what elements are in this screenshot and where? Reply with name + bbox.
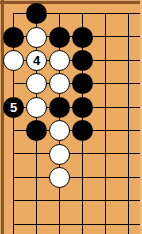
go-board-diagram: 45	[0, 0, 142, 234]
board-point-r8c6	[117, 166, 140, 189]
board-point-r2c4	[71, 25, 94, 48]
board-point-r9c2	[25, 189, 48, 212]
go-board-grid: 45	[2, 2, 140, 234]
black-stone	[72, 97, 93, 118]
black-stone	[72, 120, 93, 141]
board-point-r6c5	[94, 119, 117, 142]
board-point-r7c1	[2, 142, 25, 165]
board-point-r7c5	[94, 142, 117, 165]
board-point-r4c3	[48, 72, 71, 95]
black-stone: 5	[3, 97, 24, 118]
board-point-r3c3	[48, 49, 71, 72]
board-point-r7c3	[48, 142, 71, 165]
board-point-r10c4	[71, 213, 94, 234]
black-stone	[72, 50, 93, 71]
board-point-r9c1	[2, 189, 25, 212]
board-point-r10c5	[94, 213, 117, 234]
board-point-r10c6	[117, 213, 140, 234]
board-point-r1c2	[25, 2, 48, 25]
board-point-r8c5	[94, 166, 117, 189]
white-stone	[3, 50, 24, 71]
black-stone	[3, 27, 24, 48]
move-number-label: 4	[33, 54, 40, 67]
board-point-r6c6	[117, 119, 140, 142]
board-point-r7c4	[71, 142, 94, 165]
board-point-r2c3	[48, 25, 71, 48]
board-point-r8c3	[48, 166, 71, 189]
board-point-r1c3	[48, 2, 71, 25]
board-point-r5c5	[94, 96, 117, 119]
board-point-r3c5	[94, 49, 117, 72]
move-number-label: 5	[10, 101, 17, 114]
board-point-r5c2	[25, 96, 48, 119]
board-point-r10c1	[2, 213, 25, 234]
board-point-r4c6	[117, 72, 140, 95]
board-point-r1c6	[117, 2, 140, 25]
board-point-r6c4	[71, 119, 94, 142]
board-point-r5c6	[117, 96, 140, 119]
board-cut-right-edge	[140, 0, 142, 234]
white-stone	[26, 97, 47, 118]
board-point-r2c6	[117, 25, 140, 48]
board-point-r2c5	[94, 25, 117, 48]
board-point-r3c2: 4	[25, 49, 48, 72]
board-point-r4c4	[71, 72, 94, 95]
board-point-r8c4	[71, 166, 94, 189]
board-point-r6c1	[2, 119, 25, 142]
board-point-r4c2	[25, 72, 48, 95]
board-point-r5c1: 5	[2, 96, 25, 119]
board-point-r1c1	[2, 2, 25, 25]
white-stone	[49, 120, 70, 141]
board-point-r6c2	[25, 119, 48, 142]
black-stone	[26, 3, 47, 24]
board-point-r3c4	[71, 49, 94, 72]
board-point-r3c6	[117, 49, 140, 72]
white-stone: 4	[26, 50, 47, 71]
board-point-r9c5	[94, 189, 117, 212]
board-point-r2c1	[2, 25, 25, 48]
black-stone	[72, 27, 93, 48]
board-point-r7c6	[117, 142, 140, 165]
black-stone	[49, 27, 70, 48]
board-point-r8c1	[2, 166, 25, 189]
white-stone	[49, 167, 70, 188]
board-point-r5c4	[71, 96, 94, 119]
board-point-r4c5	[94, 72, 117, 95]
white-stone	[49, 73, 70, 94]
board-point-r2c2	[25, 25, 48, 48]
board-point-r1c5	[94, 2, 117, 25]
white-stone	[49, 144, 70, 165]
board-point-r4c1	[2, 72, 25, 95]
white-stone	[26, 27, 47, 48]
board-point-r10c2	[25, 213, 48, 234]
board-point-r9c3	[48, 189, 71, 212]
board-point-r7c2	[25, 142, 48, 165]
board-point-r3c1	[2, 49, 25, 72]
board-point-r9c6	[117, 189, 140, 212]
board-point-r9c4	[71, 189, 94, 212]
board-point-r6c3	[48, 119, 71, 142]
white-stone	[49, 50, 70, 71]
board-point-r1c4	[71, 2, 94, 25]
black-stone	[49, 97, 70, 118]
board-point-r5c3	[48, 96, 71, 119]
board-point-r10c3	[48, 213, 71, 234]
black-stone	[26, 120, 47, 141]
white-stone	[26, 73, 47, 94]
black-stone	[72, 73, 93, 94]
board-point-r8c2	[25, 166, 48, 189]
